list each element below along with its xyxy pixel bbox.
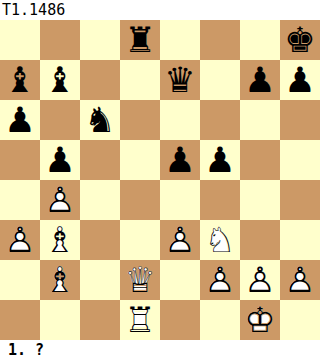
- square-g7[interactable]: ♟: [240, 60, 280, 100]
- white-king[interactable]: ♚♔: [240, 300, 280, 340]
- square-g8[interactable]: [240, 20, 280, 60]
- square-g5[interactable]: [240, 140, 280, 180]
- square-f2[interactable]: ♟♙: [200, 260, 240, 300]
- piece-glyph: ♟: [0, 100, 40, 140]
- square-a2[interactable]: [0, 260, 40, 300]
- piece-glyph: ♞: [80, 100, 120, 140]
- square-h7[interactable]: ♟: [280, 60, 320, 100]
- white-pawn[interactable]: ♟♙: [200, 260, 240, 300]
- square-g3[interactable]: [240, 220, 280, 260]
- square-a6[interactable]: ♟: [0, 100, 40, 140]
- puzzle-title: T1.1486: [0, 0, 320, 20]
- piece-glyph: ♟: [280, 60, 320, 100]
- square-e3[interactable]: ♟♙: [160, 220, 200, 260]
- square-h5[interactable]: [280, 140, 320, 180]
- square-c4[interactable]: [80, 180, 120, 220]
- square-b5[interactable]: ♟: [40, 140, 80, 180]
- square-c1[interactable]: [80, 300, 120, 340]
- square-f3[interactable]: ♞♘: [200, 220, 240, 260]
- move-prompt: 1. ?: [0, 340, 320, 360]
- square-a3[interactable]: ♟♙: [0, 220, 40, 260]
- square-b8[interactable]: [40, 20, 80, 60]
- square-h3[interactable]: [280, 220, 320, 260]
- piece-outline-glyph: ♙: [160, 220, 200, 260]
- black-king[interactable]: ♚: [280, 20, 320, 60]
- square-d5[interactable]: [120, 140, 160, 180]
- square-f8[interactable]: [200, 20, 240, 60]
- square-a1[interactable]: [0, 300, 40, 340]
- square-a7[interactable]: ♝: [0, 60, 40, 100]
- square-b2[interactable]: ♝♗: [40, 260, 80, 300]
- square-c3[interactable]: [80, 220, 120, 260]
- square-a5[interactable]: [0, 140, 40, 180]
- square-a4[interactable]: [0, 180, 40, 220]
- black-knight[interactable]: ♞: [80, 100, 120, 140]
- white-pawn[interactable]: ♟♙: [40, 180, 80, 220]
- white-rook[interactable]: ♜♖: [120, 300, 160, 340]
- square-f1[interactable]: [200, 300, 240, 340]
- piece-outline-glyph: ♕: [120, 260, 160, 300]
- black-pawn[interactable]: ♟: [160, 140, 200, 180]
- square-c2[interactable]: [80, 260, 120, 300]
- white-pawn[interactable]: ♟♙: [280, 260, 320, 300]
- white-bishop[interactable]: ♝♗: [40, 260, 80, 300]
- square-e8[interactable]: [160, 20, 200, 60]
- black-pawn[interactable]: ♟: [0, 100, 40, 140]
- square-f7[interactable]: [200, 60, 240, 100]
- chess-board: ♜♚♝♝♛♟♟♟♞♟♟♟♟♙♟♙♝♗♟♙♞♘♝♗♛♕♟♙♟♙♟♙♜♖♚♔: [0, 20, 320, 340]
- square-h1[interactable]: [280, 300, 320, 340]
- black-pawn[interactable]: ♟: [240, 60, 280, 100]
- black-rook[interactable]: ♜: [120, 20, 160, 60]
- piece-outline-glyph: ♙: [200, 260, 240, 300]
- square-d6[interactable]: [120, 100, 160, 140]
- square-h6[interactable]: [280, 100, 320, 140]
- white-knight[interactable]: ♞♘: [200, 220, 240, 260]
- square-c7[interactable]: [80, 60, 120, 100]
- piece-outline-glyph: ♖: [120, 300, 160, 340]
- square-e5[interactable]: ♟: [160, 140, 200, 180]
- piece-outline-glyph: ♗: [40, 220, 80, 260]
- square-f4[interactable]: [200, 180, 240, 220]
- square-g6[interactable]: [240, 100, 280, 140]
- square-a8[interactable]: [0, 20, 40, 60]
- piece-outline-glyph: ♙: [0, 220, 40, 260]
- square-f6[interactable]: [200, 100, 240, 140]
- square-d2[interactable]: ♛♕: [120, 260, 160, 300]
- piece-glyph: ♟: [200, 140, 240, 180]
- black-pawn[interactable]: ♟: [40, 140, 80, 180]
- square-b6[interactable]: [40, 100, 80, 140]
- square-d1[interactable]: ♜♖: [120, 300, 160, 340]
- square-c8[interactable]: [80, 20, 120, 60]
- piece-outline-glyph: ♗: [40, 260, 80, 300]
- piece-glyph: ♝: [0, 60, 40, 100]
- square-d7[interactable]: [120, 60, 160, 100]
- square-e6[interactable]: [160, 100, 200, 140]
- square-b7[interactable]: ♝: [40, 60, 80, 100]
- square-e2[interactable]: [160, 260, 200, 300]
- white-pawn[interactable]: ♟♙: [0, 220, 40, 260]
- black-bishop[interactable]: ♝: [40, 60, 80, 100]
- square-d8[interactable]: ♜: [120, 20, 160, 60]
- black-queen[interactable]: ♛: [160, 60, 200, 100]
- square-e4[interactable]: [160, 180, 200, 220]
- square-f5[interactable]: ♟: [200, 140, 240, 180]
- square-g2[interactable]: ♟♙: [240, 260, 280, 300]
- piece-glyph: ♜: [120, 20, 160, 60]
- piece-glyph: ♟: [160, 140, 200, 180]
- square-b1[interactable]: [40, 300, 80, 340]
- piece-glyph: ♝: [40, 60, 80, 100]
- white-queen[interactable]: ♛♕: [120, 260, 160, 300]
- piece-outline-glyph: ♙: [280, 260, 320, 300]
- piece-glyph: ♚: [280, 20, 320, 60]
- piece-outline-glyph: ♘: [200, 220, 240, 260]
- square-d4[interactable]: [120, 180, 160, 220]
- piece-outline-glyph: ♙: [40, 180, 80, 220]
- white-pawn[interactable]: ♟♙: [240, 260, 280, 300]
- piece-outline-glyph: ♔: [240, 300, 280, 340]
- square-c6[interactable]: ♞: [80, 100, 120, 140]
- piece-glyph: ♛: [160, 60, 200, 100]
- piece-outline-glyph: ♙: [240, 260, 280, 300]
- piece-glyph: ♟: [40, 140, 80, 180]
- white-bishop[interactable]: ♝♗: [40, 220, 80, 260]
- square-g1[interactable]: ♚♔: [240, 300, 280, 340]
- square-b3[interactable]: ♝♗: [40, 220, 80, 260]
- square-e7[interactable]: ♛: [160, 60, 200, 100]
- square-e1[interactable]: [160, 300, 200, 340]
- square-g4[interactable]: [240, 180, 280, 220]
- square-d3[interactable]: [120, 220, 160, 260]
- piece-glyph: ♟: [240, 60, 280, 100]
- square-b4[interactable]: ♟♙: [40, 180, 80, 220]
- black-pawn[interactable]: ♟: [200, 140, 240, 180]
- square-c5[interactable]: [80, 140, 120, 180]
- white-pawn[interactable]: ♟♙: [160, 220, 200, 260]
- black-pawn[interactable]: ♟: [280, 60, 320, 100]
- square-h8[interactable]: ♚: [280, 20, 320, 60]
- square-h2[interactable]: ♟♙: [280, 260, 320, 300]
- square-h4[interactable]: [280, 180, 320, 220]
- black-bishop[interactable]: ♝: [0, 60, 40, 100]
